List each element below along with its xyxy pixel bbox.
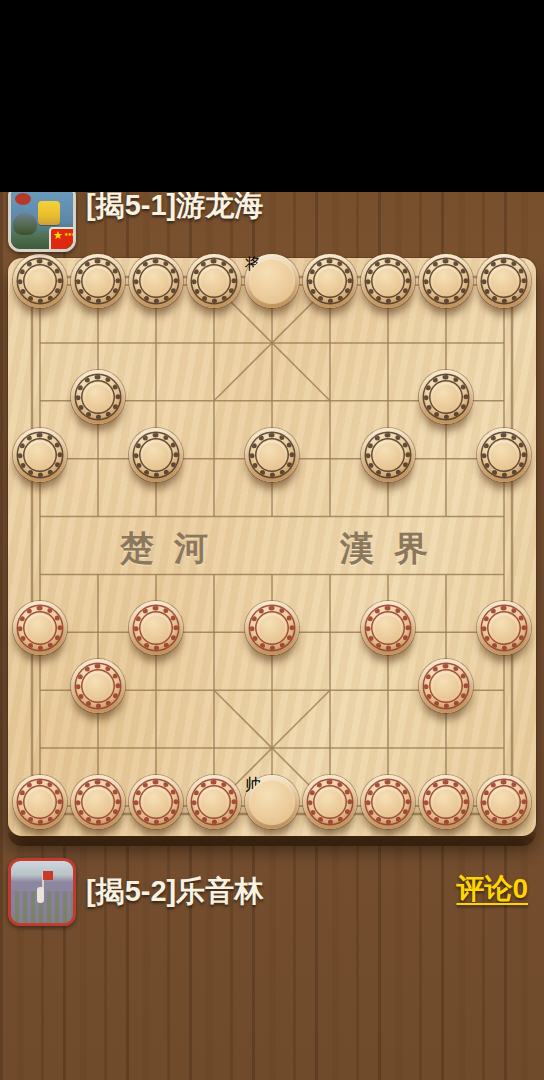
piece-hr-r9-c2[interactable]: [129, 775, 183, 829]
piece-bG-r0-c4[interactable]: 将: [245, 254, 299, 308]
piece-hb-r0-c5[interactable]: [303, 254, 357, 308]
top-player-avatar[interactable]: ★ ★★★★: [8, 184, 76, 252]
piece-hb-r0-c7[interactable]: [419, 254, 473, 308]
bottom-player-avatar[interactable]: [8, 858, 76, 926]
piece-hb-r3-c2[interactable]: [129, 428, 183, 482]
river-label-han-jie: 漢界: [340, 526, 448, 572]
china-flag-badge: ★ ★★★★: [49, 227, 76, 252]
piece-hb-r3-c8[interactable]: [477, 428, 531, 482]
piece-hr-r6-c6[interactable]: [361, 601, 415, 655]
piece-hr-r6-c4[interactable]: [245, 601, 299, 655]
piece-hb-r0-c0[interactable]: [13, 254, 67, 308]
piece-hr-r6-c0[interactable]: [13, 601, 67, 655]
piece-hb-r0-c1[interactable]: [71, 254, 125, 308]
piece-hb-r2-c1[interactable]: [71, 370, 125, 424]
piece-hb-r0-c6[interactable]: [361, 254, 415, 308]
piece-hr-r9-c8[interactable]: [477, 775, 531, 829]
piece-rG-r9-c4[interactable]: 帅: [245, 775, 299, 829]
bottom-player-bar: [揭5-2]乐音林 评论0: [0, 858, 544, 934]
piece-hr-r9-c6[interactable]: [361, 775, 415, 829]
piece-hb-r3-c4[interactable]: [245, 428, 299, 482]
top-player-name: [揭5-1]游龙海: [86, 186, 263, 226]
bottom-player-name: [揭5-2]乐音林: [86, 872, 263, 912]
piece-hb-r2-c7[interactable]: [419, 370, 473, 424]
piece-hr-r9-c5[interactable]: [303, 775, 357, 829]
piece-hb-r3-c6[interactable]: [361, 428, 415, 482]
piece-hr-r7-c7[interactable]: [419, 659, 473, 713]
top-player-bar: ★ ★★★★ [揭5-1]游龙海: [0, 184, 544, 260]
piece-hr-r7-c1[interactable]: [71, 659, 125, 713]
piece-hr-r6-c2[interactable]: [129, 601, 183, 655]
piece-hr-r6-c8[interactable]: [477, 601, 531, 655]
piece-hr-r9-c3[interactable]: [187, 775, 241, 829]
avatar-photo-image: [11, 861, 73, 923]
river-label-chu-he: 楚河: [120, 526, 228, 572]
comment-link[interactable]: 评论0: [456, 870, 528, 908]
xiangqi-board[interactable]: 楚河 漢界 将帅: [8, 258, 536, 836]
top-black-band: [0, 0, 544, 192]
piece-hb-r0-c2[interactable]: [129, 254, 183, 308]
piece-hb-r3-c0[interactable]: [13, 428, 67, 482]
piece-hr-r9-c0[interactable]: [13, 775, 67, 829]
board-grid: [8, 258, 536, 836]
piece-hb-r0-c8[interactable]: [477, 254, 531, 308]
piece-hr-r9-c7[interactable]: [419, 775, 473, 829]
piece-hb-r0-c3[interactable]: [187, 254, 241, 308]
piece-hr-r9-c1[interactable]: [71, 775, 125, 829]
